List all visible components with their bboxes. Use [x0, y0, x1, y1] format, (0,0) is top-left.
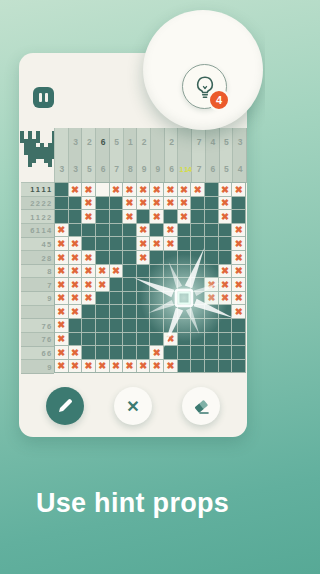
- grid-cell[interactable]: [205, 360, 218, 373]
- grid-cell[interactable]: [82, 305, 95, 318]
- grid-cell[interactable]: ✖: [69, 360, 82, 373]
- col-clue-7: 29: [137, 128, 151, 183]
- grid-cell[interactable]: ✖: [123, 360, 136, 373]
- grid-cell[interactable]: [123, 292, 136, 305]
- col-clue-8: 9: [151, 128, 165, 183]
- grid-cell[interactable]: ✖: [69, 237, 82, 250]
- col-clue-9: 26: [165, 128, 179, 183]
- grid-cell[interactable]: [191, 333, 204, 346]
- grid-cell[interactable]: [232, 197, 245, 210]
- grid-cell[interactable]: ✖: [219, 292, 232, 305]
- grid-cell[interactable]: ✖: [219, 183, 232, 196]
- grid-cell[interactable]: [110, 210, 123, 223]
- grid-cell[interactable]: ✖: [150, 237, 163, 250]
- grid-cell[interactable]: [178, 333, 191, 346]
- grid-cell[interactable]: [191, 360, 204, 373]
- grid-cell[interactable]: [137, 305, 150, 318]
- grid-cell[interactable]: [69, 319, 82, 332]
- grid-cell[interactable]: [178, 265, 191, 278]
- grid-cell[interactable]: [137, 333, 150, 346]
- grid-cell[interactable]: [123, 224, 136, 237]
- grid-cell[interactable]: [82, 224, 95, 237]
- grid-cell[interactable]: ✖: [137, 183, 150, 196]
- grid-cell[interactable]: [55, 210, 68, 223]
- grid-cell[interactable]: [150, 224, 163, 237]
- grid-cell[interactable]: ✖: [82, 265, 95, 278]
- pause-button[interactable]: [33, 87, 54, 108]
- grid-cell[interactable]: [232, 333, 245, 346]
- grid-cell[interactable]: ✖: [164, 237, 177, 250]
- grid-cell[interactable]: ✖: [55, 360, 68, 373]
- x-tool-icon: ✕: [126, 397, 139, 416]
- grid-cell[interactable]: ✖: [69, 292, 82, 305]
- grid-cell[interactable]: ✖: [55, 237, 68, 250]
- hint-button[interactable]: 4: [182, 64, 227, 109]
- grid-cell[interactable]: [205, 210, 218, 223]
- grid-cell[interactable]: [219, 237, 232, 250]
- grid-cell[interactable]: [178, 292, 191, 305]
- grid-cell[interactable]: ✖: [205, 292, 218, 305]
- col-clue-12: 46: [206, 128, 220, 183]
- col-clue-11: 77: [192, 128, 206, 183]
- grid-cell[interactable]: [205, 319, 218, 332]
- grid-cell[interactable]: [110, 333, 123, 346]
- grid-cell[interactable]: [178, 346, 191, 359]
- grid-cell[interactable]: ✖: [219, 210, 232, 223]
- grid-cell[interactable]: ✖: [82, 210, 95, 223]
- grid-cell[interactable]: [164, 292, 177, 305]
- row-clue-7: 8: [21, 265, 54, 279]
- grid-cell[interactable]: [191, 265, 204, 278]
- grid-cell[interactable]: [137, 292, 150, 305]
- grid-cell[interactable]: ✖: [123, 210, 136, 223]
- grid-cell[interactable]: ✖: [164, 183, 177, 196]
- grid-cell[interactable]: ✖: [232, 278, 245, 291]
- grid-cell[interactable]: ✖: [164, 333, 177, 346]
- grid-cell[interactable]: ✖: [232, 224, 245, 237]
- grid-cell[interactable]: [205, 224, 218, 237]
- grid-cell[interactable]: [55, 197, 68, 210]
- col-clue-10: 1 14: [178, 128, 192, 183]
- grid-cell[interactable]: [191, 251, 204, 264]
- grid-cell[interactable]: [69, 224, 82, 237]
- grid-cell[interactable]: [137, 210, 150, 223]
- grid-cell[interactable]: ✖: [55, 265, 68, 278]
- grid-cell[interactable]: [219, 305, 232, 318]
- grid-cell[interactable]: [219, 333, 232, 346]
- grid-cell[interactable]: [110, 319, 123, 332]
- grid-cell[interactable]: ✖: [219, 197, 232, 210]
- grid-cell[interactable]: ✖: [232, 237, 245, 250]
- hint-count-badge: 4: [208, 89, 230, 111]
- grid-cell[interactable]: ✖: [69, 265, 82, 278]
- grid-cell[interactable]: [164, 346, 177, 359]
- grid-cell[interactable]: [96, 305, 109, 318]
- col-clue-4: 66: [96, 128, 110, 183]
- grid-cell[interactable]: [96, 292, 109, 305]
- grid-cell[interactable]: [219, 251, 232, 264]
- grid-cell[interactable]: [123, 346, 136, 359]
- column-clues: 33325665718299261 1477465534: [54, 128, 247, 183]
- grid-cell[interactable]: ✖: [150, 183, 163, 196]
- grid-cell[interactable]: [205, 265, 218, 278]
- grid-cell[interactable]: [191, 305, 204, 318]
- grid-cell[interactable]: ✖: [232, 251, 245, 264]
- grid-cell[interactable]: [232, 210, 245, 223]
- row-clue-5: 4 5: [21, 238, 54, 252]
- row-clue-1: 1 1 1 1: [21, 183, 54, 197]
- grid-cell[interactable]: ✖: [232, 265, 245, 278]
- grid-cell[interactable]: ✖: [82, 197, 95, 210]
- grid-cell[interactable]: ✖: [205, 278, 218, 291]
- grid-cell[interactable]: [96, 251, 109, 264]
- grid-cell[interactable]: ✖: [69, 251, 82, 264]
- grid-cell[interactable]: [178, 305, 191, 318]
- grid-cell[interactable]: [110, 224, 123, 237]
- row-clues: 1 1 1 12 2 2 21 1 2 26 1 1 44 52 88797 6…: [21, 182, 54, 374]
- grid-cell[interactable]: [191, 319, 204, 332]
- grid-cell[interactable]: ✖: [55, 333, 68, 346]
- grid-cell[interactable]: [205, 346, 218, 359]
- grid-cell[interactable]: [96, 319, 109, 332]
- grid-cell[interactable]: [82, 319, 95, 332]
- grid-cell[interactable]: [232, 360, 245, 373]
- grid-cell[interactable]: [164, 210, 177, 223]
- row-clue-10: [21, 306, 54, 320]
- grid-cell[interactable]: ✖: [150, 360, 163, 373]
- grid-cell[interactable]: [164, 265, 177, 278]
- row-clue-13: 6 6: [21, 347, 54, 361]
- hint-magnifier-circle: 4: [143, 10, 263, 130]
- grid-cell[interactable]: [55, 183, 68, 196]
- x-mark-tool-button[interactable]: ✕: [114, 387, 152, 425]
- grid-cell[interactable]: ✖: [96, 265, 109, 278]
- grid-cell[interactable]: [110, 292, 123, 305]
- nonogram-grid[interactable]: ✖✖✖✖✖✖✖✖✖✖✖✖✖✖✖✖✖✖✖✖✖✖✖✖✖✖✖✖✖✖✖✖✖✖✖✖✖✖✖✖…: [54, 182, 246, 373]
- eraser-tool-button[interactable]: [182, 387, 220, 425]
- grid-cell[interactable]: ✖: [96, 278, 109, 291]
- grid-cell[interactable]: [178, 237, 191, 250]
- row-clue-14: 9: [21, 360, 54, 374]
- grid-cell[interactable]: ✖: [82, 292, 95, 305]
- grid-cell[interactable]: [150, 265, 163, 278]
- grid-cell[interactable]: [69, 197, 82, 210]
- grid-cell[interactable]: [178, 360, 191, 373]
- grid-cell[interactable]: [123, 278, 136, 291]
- grid-cell[interactable]: ✖: [55, 346, 68, 359]
- grid-cell[interactable]: [96, 210, 109, 223]
- grid-cell[interactable]: [232, 346, 245, 359]
- grid-cell[interactable]: [96, 237, 109, 250]
- grid-cell[interactable]: [191, 224, 204, 237]
- grid-cell[interactable]: [123, 237, 136, 250]
- grid-cell[interactable]: ✖: [69, 305, 82, 318]
- grid-cell[interactable]: ✖: [110, 183, 123, 196]
- grid-cell[interactable]: [96, 183, 109, 196]
- grid-cell[interactable]: [150, 251, 163, 264]
- grid-cell[interactable]: [150, 278, 163, 291]
- grid-cell[interactable]: [137, 346, 150, 359]
- grid-cell[interactable]: [110, 197, 123, 210]
- grid-cell[interactable]: [137, 278, 150, 291]
- grid-cell[interactable]: ✖: [55, 292, 68, 305]
- col-clue-1: 3: [55, 128, 69, 183]
- grid-cell[interactable]: ✖: [137, 224, 150, 237]
- grid-cell[interactable]: ✖: [219, 265, 232, 278]
- grid-cell[interactable]: [191, 237, 204, 250]
- grid-cell[interactable]: ✖: [69, 346, 82, 359]
- grid-cell[interactable]: [123, 265, 136, 278]
- grid-cell[interactable]: [219, 346, 232, 359]
- grid-cell[interactable]: [191, 197, 204, 210]
- grid-cell[interactable]: ✖: [150, 197, 163, 210]
- grid-cell[interactable]: ✖: [96, 360, 109, 373]
- col-clue-6: 18: [124, 128, 138, 183]
- grid-cell[interactable]: [69, 210, 82, 223]
- grid-cell[interactable]: ✖: [164, 197, 177, 210]
- grid-cell[interactable]: [191, 346, 204, 359]
- grid-cell[interactable]: ✖: [232, 305, 245, 318]
- grid-cell[interactable]: [150, 333, 163, 346]
- row-clue-8: 7: [21, 278, 54, 292]
- grid-cell[interactable]: ✖: [55, 224, 68, 237]
- grid-cell[interactable]: [110, 346, 123, 359]
- grid-cell[interactable]: [191, 210, 204, 223]
- grid-cell[interactable]: [219, 360, 232, 373]
- grid-cell[interactable]: [164, 305, 177, 318]
- grid-cell[interactable]: [96, 333, 109, 346]
- col-clue-13: 55: [220, 128, 234, 183]
- grid-cell[interactable]: [219, 224, 232, 237]
- grid-cell[interactable]: ✖: [178, 183, 191, 196]
- caption-use-hint-props: Use hint props: [0, 488, 265, 519]
- pause-icon: [39, 93, 42, 102]
- grid-cell[interactable]: ✖: [82, 251, 95, 264]
- col-clue-2: 33: [69, 128, 83, 183]
- grid-cell[interactable]: [205, 333, 218, 346]
- grid-cell[interactable]: ✖: [164, 360, 177, 373]
- grid-cell[interactable]: [164, 251, 177, 264]
- col-clue-5: 57: [110, 128, 124, 183]
- grid-cell[interactable]: ✖: [137, 197, 150, 210]
- grid-cell[interactable]: [137, 265, 150, 278]
- grid-cell[interactable]: [164, 319, 177, 332]
- grid-cell[interactable]: ✖: [137, 237, 150, 250]
- grid-cell[interactable]: [110, 278, 123, 291]
- grid-cell[interactable]: ✖: [219, 278, 232, 291]
- grid-cell[interactable]: ✖: [69, 183, 82, 196]
- grid-cell[interactable]: ✖: [123, 183, 136, 196]
- grid-cell[interactable]: [137, 319, 150, 332]
- row-clue-2: 2 2 2 2: [21, 197, 54, 211]
- grid-cell[interactable]: [96, 346, 109, 359]
- row-clue-4: 6 1 1 4: [21, 224, 54, 238]
- grid-cell[interactable]: [178, 251, 191, 264]
- grid-cell[interactable]: [110, 237, 123, 250]
- grid-cell[interactable]: ✖: [123, 197, 136, 210]
- grid-cell[interactable]: [96, 224, 109, 237]
- grid-cell[interactable]: [150, 319, 163, 332]
- grid-cell[interactable]: ✖: [191, 183, 204, 196]
- row-clue-11: 7 6: [21, 319, 54, 333]
- grid-cell[interactable]: ✖: [137, 251, 150, 264]
- grid-cell[interactable]: [123, 251, 136, 264]
- grid-cell[interactable]: [205, 237, 218, 250]
- row-clue-6: 2 8: [21, 251, 54, 265]
- grid-cell[interactable]: ✖: [69, 278, 82, 291]
- col-clue-3: 25: [82, 128, 96, 183]
- pencil-icon: [55, 396, 75, 416]
- grid-cell[interactable]: [178, 278, 191, 291]
- grid-cell[interactable]: [219, 319, 232, 332]
- grid-cell[interactable]: [150, 292, 163, 305]
- grid-cell[interactable]: [82, 237, 95, 250]
- grid-cell[interactable]: [150, 305, 163, 318]
- grid-cell[interactable]: [205, 251, 218, 264]
- grid-cell[interactable]: [96, 197, 109, 210]
- grid-cell[interactable]: ✖: [178, 210, 191, 223]
- grid-cell[interactable]: [232, 319, 245, 332]
- col-clue-14: 34: [233, 128, 247, 183]
- grid-cell[interactable]: [205, 197, 218, 210]
- grid-cell[interactable]: ✖: [150, 210, 163, 223]
- grid-cell[interactable]: [191, 278, 204, 291]
- grid-cell[interactable]: [123, 305, 136, 318]
- grid-cell[interactable]: [110, 251, 123, 264]
- grid-cell[interactable]: ✖: [55, 278, 68, 291]
- pencil-tool-button[interactable]: [46, 387, 84, 425]
- grid-cell[interactable]: [123, 333, 136, 346]
- grid-cell[interactable]: ✖: [137, 360, 150, 373]
- grid-cell[interactable]: [123, 319, 136, 332]
- grid-cell[interactable]: [191, 292, 204, 305]
- grid-cell[interactable]: ✖: [55, 251, 68, 264]
- grid-cell[interactable]: [205, 305, 218, 318]
- grid-cell[interactable]: [82, 346, 95, 359]
- row-clue-12: 7 6: [21, 333, 54, 347]
- grid-cell[interactable]: ✖: [164, 224, 177, 237]
- grid-cell[interactable]: ✖: [82, 183, 95, 196]
- grid-cell[interactable]: ✖: [55, 305, 68, 318]
- grid-cell[interactable]: ✖: [110, 360, 123, 373]
- grid-cell[interactable]: [178, 224, 191, 237]
- grid-cell[interactable]: [178, 319, 191, 332]
- row-clue-3: 1 1 2 2: [21, 210, 54, 224]
- grid-cell[interactable]: ✖: [55, 319, 68, 332]
- grid-cell[interactable]: [82, 333, 95, 346]
- grid-cell[interactable]: ✖: [82, 278, 95, 291]
- grid-cell[interactable]: [205, 183, 218, 196]
- grid-cell[interactable]: [110, 305, 123, 318]
- row-clue-9: 9: [21, 292, 54, 306]
- grid-cell[interactable]: ✖: [150, 346, 163, 359]
- grid-cell[interactable]: [69, 333, 82, 346]
- grid-cell[interactable]: ✖: [178, 197, 191, 210]
- grid-cell[interactable]: [164, 278, 177, 291]
- grid-cell[interactable]: ✖: [232, 292, 245, 305]
- grid-cell[interactable]: ✖: [232, 183, 245, 196]
- grid-cell[interactable]: ✖: [110, 265, 123, 278]
- eraser-icon: [191, 396, 211, 416]
- grid-cell[interactable]: ✖: [82, 360, 95, 373]
